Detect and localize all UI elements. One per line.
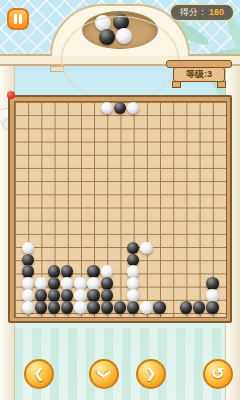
level-sign-leg: [217, 81, 226, 88]
next-stones-bowl: [82, 11, 158, 49]
black-stone: [193, 301, 205, 313]
chevron-left-icon: ❮: [34, 361, 45, 387]
red-marker-dot: [7, 91, 15, 99]
black-stone: [127, 242, 139, 254]
black-stone: [180, 301, 192, 313]
white-stone: [74, 277, 86, 289]
black-stone: [87, 265, 99, 277]
black-stone: [22, 265, 34, 277]
chevron-right-icon: ❯: [146, 361, 157, 387]
drop-down-button[interactable]: ❯: [89, 359, 119, 389]
white-stone: [74, 301, 86, 313]
black-stone: [153, 301, 165, 313]
black-stone: [114, 102, 126, 114]
pause-icon: [19, 14, 22, 24]
white-stone: [22, 301, 34, 313]
game-board[interactable]: [8, 95, 232, 323]
white-preview-ball: [95, 15, 111, 31]
black-stone: [101, 289, 113, 301]
black-preview-ball: [99, 29, 115, 45]
undo-icon: ↺: [211, 361, 224, 387]
undo-button[interactable]: ↺: [203, 359, 233, 389]
move-right-button[interactable]: ❯: [136, 359, 166, 389]
black-stone: [35, 289, 47, 301]
white-stone: [127, 102, 139, 114]
white-stone: [74, 289, 86, 301]
black-stone: [61, 265, 73, 277]
level-label: 等级:3: [173, 67, 225, 82]
move-left-button[interactable]: ❮: [24, 359, 54, 389]
black-stone: [48, 265, 60, 277]
white-stone: [22, 289, 34, 301]
pause-icon: [14, 14, 17, 24]
board-grid: [14, 101, 227, 318]
white-stone: [127, 265, 139, 277]
black-stone: [101, 277, 113, 289]
black-stone: [48, 277, 60, 289]
score-label: 得分：: [180, 7, 207, 17]
white-stone: [101, 265, 113, 277]
black-stone: [87, 301, 99, 313]
white-stone: [61, 277, 73, 289]
white-stone: [127, 277, 139, 289]
white-stone: [35, 277, 47, 289]
black-stone: [22, 254, 34, 266]
score-value: 160: [209, 7, 224, 17]
white-preview-ball: [116, 28, 132, 44]
white-stone: [101, 102, 113, 114]
game-screen: 得分：160 等级:3 ❮ ❯ ❯ ↺: [0, 0, 240, 400]
black-stone: [127, 254, 139, 266]
black-stone: [206, 301, 218, 313]
white-stone: [22, 242, 34, 254]
level-sign-leg: [172, 81, 181, 88]
pause-button[interactable]: [7, 8, 29, 30]
chevron-down-icon: ❯: [91, 369, 117, 380]
white-stone: [87, 277, 99, 289]
black-stone: [114, 301, 126, 313]
black-stone: [127, 301, 139, 313]
black-stone: [206, 277, 218, 289]
black-stone: [61, 301, 73, 313]
white-stone: [206, 289, 218, 301]
white-stone: [140, 301, 152, 313]
black-preview-ball: [113, 14, 129, 30]
score-badge: 得分：160: [170, 4, 234, 21]
black-stone: [87, 289, 99, 301]
black-stone: [101, 301, 113, 313]
white-stone: [127, 289, 139, 301]
black-stone: [61, 289, 73, 301]
black-stone: [35, 301, 47, 313]
level-sign: 等级:3: [166, 60, 232, 94]
white-stone: [140, 242, 152, 254]
black-stone: [48, 301, 60, 313]
white-stone: [22, 277, 34, 289]
black-stone: [48, 289, 60, 301]
